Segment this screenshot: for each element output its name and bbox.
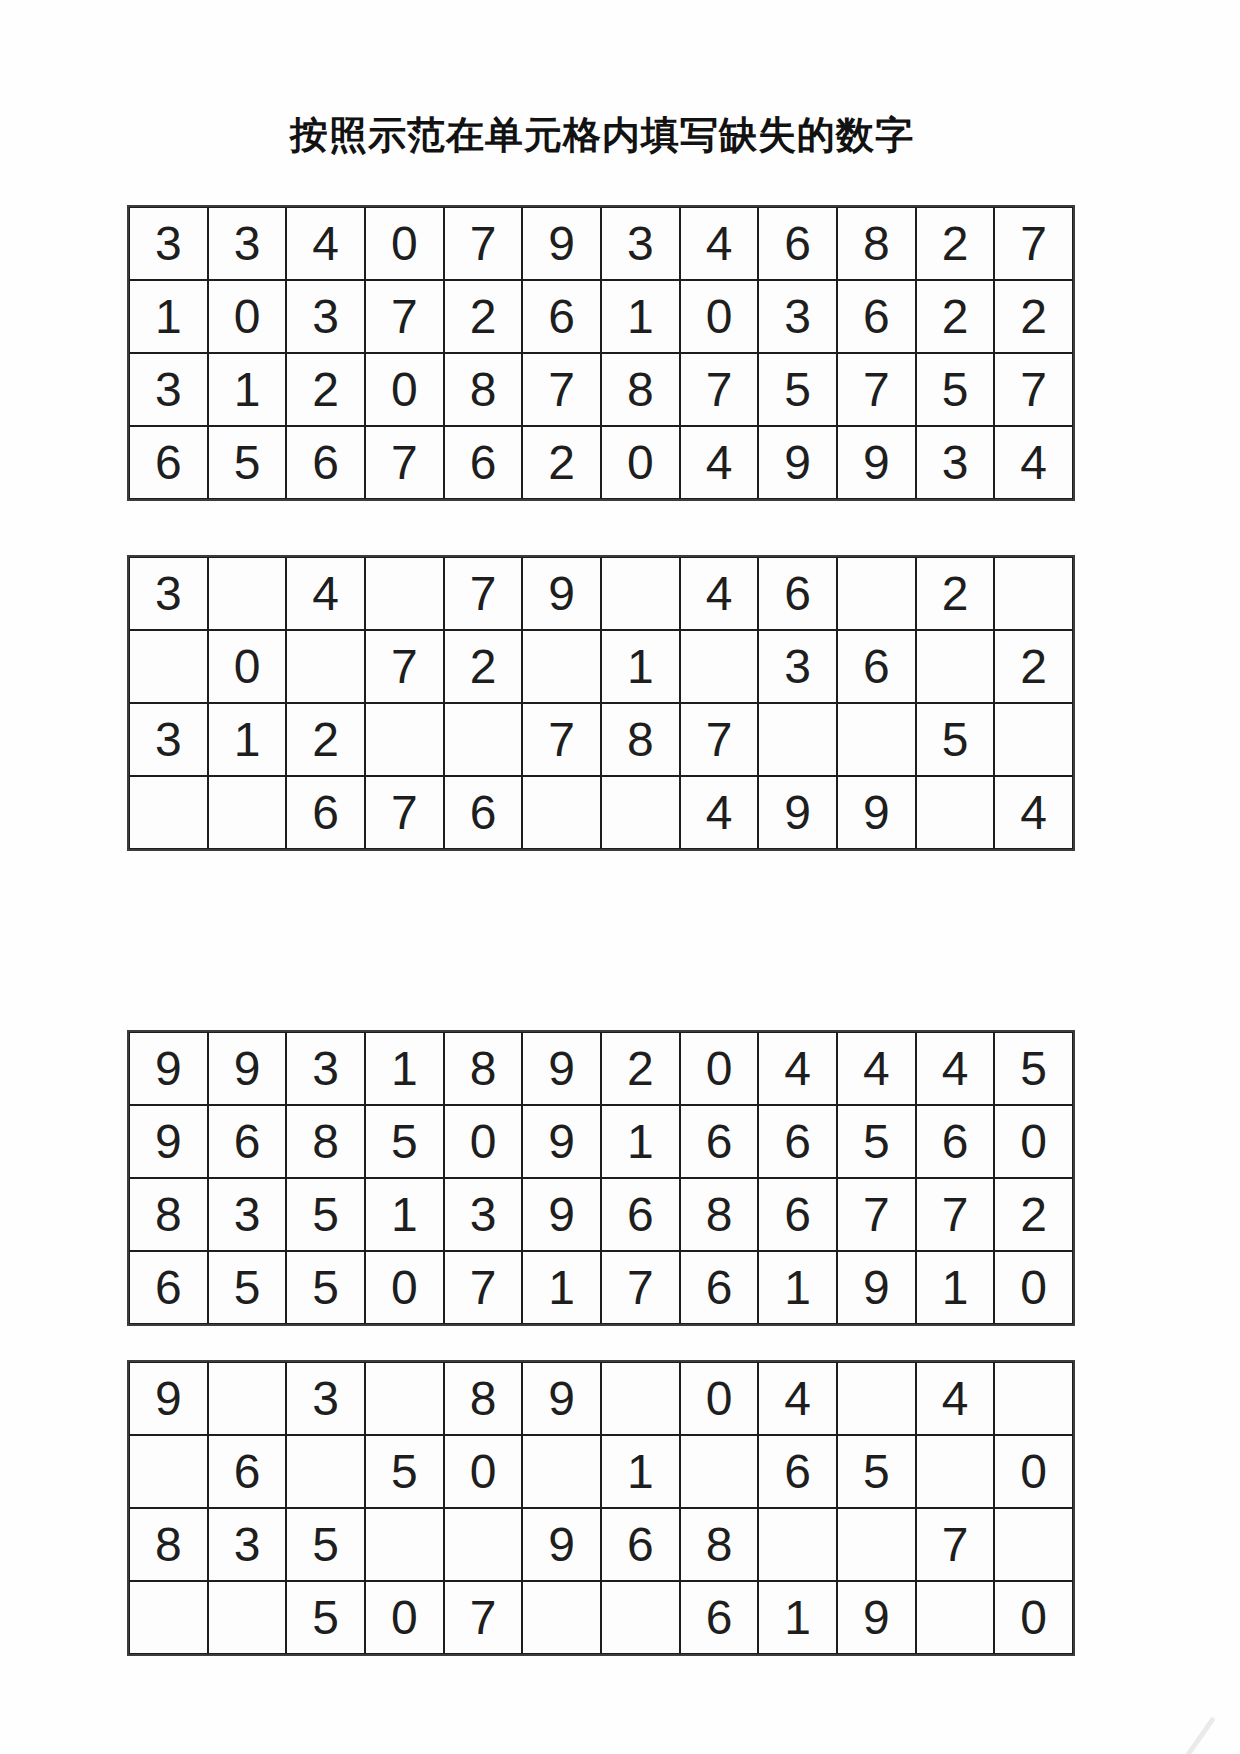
digit-cell-g2-r3c8: 7 bbox=[680, 703, 759, 776]
digit-cell-g1-r2c9: 3 bbox=[758, 280, 837, 353]
digit-cell-g3-r3c12: 2 bbox=[994, 1178, 1073, 1251]
digit-cell-g4-r4c12: 0 bbox=[994, 1581, 1073, 1654]
digit-cell-g4-r2c2: 6 bbox=[208, 1435, 287, 1508]
digit-cell-g3-r4c6: 1 bbox=[522, 1251, 601, 1324]
puzzle-grid-1: 3479462072136231278756764994 bbox=[127, 555, 1075, 851]
digit-cell-g3-r2c8: 6 bbox=[680, 1105, 759, 1178]
blank-answer-cell-g2-r1c7[interactable] bbox=[601, 557, 680, 630]
digit-cell-g1-r1c1: 3 bbox=[129, 207, 208, 280]
digit-cell-g3-r4c11: 1 bbox=[916, 1251, 995, 1324]
example-grid-2: 9931892044459685091665608351396867726550… bbox=[127, 1030, 1075, 1326]
digit-cell-g4-r4c8: 6 bbox=[680, 1581, 759, 1654]
digit-cell-g1-r3c9: 5 bbox=[758, 353, 837, 426]
digit-cell-g4-r2c7: 1 bbox=[601, 1435, 680, 1508]
digit-cell-g1-r1c9: 6 bbox=[758, 207, 837, 280]
digit-cell-g1-r4c3: 6 bbox=[286, 426, 365, 499]
digit-cell-g2-r2c5: 2 bbox=[444, 630, 523, 703]
digit-cell-g1-r4c8: 4 bbox=[680, 426, 759, 499]
digit-cell-g3-r3c5: 3 bbox=[444, 1178, 523, 1251]
blank-answer-cell-g2-r3c5[interactable] bbox=[444, 703, 523, 776]
blank-answer-cell-g2-r4c1[interactable] bbox=[129, 776, 208, 849]
digit-cell-g1-r1c12: 7 bbox=[994, 207, 1073, 280]
digit-cell-g3-r3c2: 3 bbox=[208, 1178, 287, 1251]
digit-cell-g2-r4c3: 6 bbox=[286, 776, 365, 849]
digit-cell-g1-r3c12: 7 bbox=[994, 353, 1073, 426]
digit-cell-g1-r1c7: 3 bbox=[601, 207, 680, 280]
digit-cell-g1-r3c2: 1 bbox=[208, 353, 287, 426]
digit-cell-g1-r4c9: 9 bbox=[758, 426, 837, 499]
blank-answer-cell-g2-r3c10[interactable] bbox=[837, 703, 916, 776]
digit-cell-g1-r3c5: 8 bbox=[444, 353, 523, 426]
digit-cell-g3-r3c6: 9 bbox=[522, 1178, 601, 1251]
digit-cell-g1-r1c2: 3 bbox=[208, 207, 287, 280]
worksheet-page: 按照示范在单元格内填写缺失的数字 33407934682710372610362… bbox=[0, 0, 1240, 1754]
blank-answer-cell-g4-r3c10[interactable] bbox=[837, 1508, 916, 1581]
digit-cell-g4-r4c5: 7 bbox=[444, 1581, 523, 1654]
digit-cell-g4-r3c8: 8 bbox=[680, 1508, 759, 1581]
digit-cell-g3-r3c3: 5 bbox=[286, 1178, 365, 1251]
digit-cell-g2-r2c12: 2 bbox=[994, 630, 1073, 703]
digit-cell-g1-r3c6: 7 bbox=[522, 353, 601, 426]
blank-answer-cell-g4-r4c2[interactable] bbox=[208, 1581, 287, 1654]
digit-cell-g2-r1c8: 4 bbox=[680, 557, 759, 630]
digit-cell-g2-r2c10: 6 bbox=[837, 630, 916, 703]
digit-cell-g1-r2c4: 7 bbox=[365, 280, 444, 353]
digit-cell-g1-r3c10: 7 bbox=[837, 353, 916, 426]
digit-cell-g2-r1c1: 3 bbox=[129, 557, 208, 630]
digit-cell-g1-r4c12: 4 bbox=[994, 426, 1073, 499]
digit-cell-g1-r2c3: 3 bbox=[286, 280, 365, 353]
blank-answer-cell-g4-r2c8[interactable] bbox=[680, 1435, 759, 1508]
blank-answer-cell-g4-r1c10[interactable] bbox=[837, 1362, 916, 1435]
digit-cell-g1-r3c4: 0 bbox=[365, 353, 444, 426]
digit-cell-g3-r1c12: 5 bbox=[994, 1032, 1073, 1105]
blank-answer-cell-g4-r4c11[interactable] bbox=[916, 1581, 995, 1654]
digit-cell-g1-r1c5: 7 bbox=[444, 207, 523, 280]
blank-answer-cell-g2-r1c10[interactable] bbox=[837, 557, 916, 630]
digit-cell-g2-r4c8: 4 bbox=[680, 776, 759, 849]
digit-cell-g3-r1c6: 9 bbox=[522, 1032, 601, 1105]
puzzle-grid-2: 9389044650165083596875076190 bbox=[127, 1360, 1075, 1656]
digit-cell-g3-r2c6: 9 bbox=[522, 1105, 601, 1178]
blank-answer-cell-g2-r4c2[interactable] bbox=[208, 776, 287, 849]
blank-answer-cell-g4-r3c12[interactable] bbox=[994, 1508, 1073, 1581]
blank-answer-cell-g2-r4c11[interactable] bbox=[916, 776, 995, 849]
digit-cell-g1-r1c6: 9 bbox=[522, 207, 601, 280]
digit-cell-g2-r2c2: 0 bbox=[208, 630, 287, 703]
digit-cell-g3-r1c8: 0 bbox=[680, 1032, 759, 1105]
digit-cell-g3-r4c2: 5 bbox=[208, 1251, 287, 1324]
digit-cell-g2-r1c11: 2 bbox=[916, 557, 995, 630]
digit-cell-g1-r1c10: 8 bbox=[837, 207, 916, 280]
blank-answer-cell-g4-r1c7[interactable] bbox=[601, 1362, 680, 1435]
digit-cell-g1-r2c8: 0 bbox=[680, 280, 759, 353]
digit-cell-g3-r1c2: 9 bbox=[208, 1032, 287, 1105]
digit-cell-g1-r4c2: 5 bbox=[208, 426, 287, 499]
digit-cell-g2-r4c4: 7 bbox=[365, 776, 444, 849]
digit-cell-g2-r3c7: 8 bbox=[601, 703, 680, 776]
blank-answer-cell-g2-r2c3[interactable] bbox=[286, 630, 365, 703]
blank-answer-cell-g2-r3c12[interactable] bbox=[994, 703, 1073, 776]
digit-cell-g1-r2c1: 1 bbox=[129, 280, 208, 353]
digit-cell-g4-r4c4: 0 bbox=[365, 1581, 444, 1654]
blank-answer-cell-g4-r1c4[interactable] bbox=[365, 1362, 444, 1435]
blank-answer-cell-g2-r4c6[interactable] bbox=[522, 776, 601, 849]
digit-cell-g3-r3c1: 8 bbox=[129, 1178, 208, 1251]
digit-cell-g1-r4c7: 0 bbox=[601, 426, 680, 499]
digit-cell-g3-r2c7: 1 bbox=[601, 1105, 680, 1178]
digit-cell-g3-r2c9: 6 bbox=[758, 1105, 837, 1178]
digit-cell-g4-r1c5: 8 bbox=[444, 1362, 523, 1435]
digit-cell-g1-r1c3: 4 bbox=[286, 207, 365, 280]
digit-cell-g3-r3c7: 6 bbox=[601, 1178, 680, 1251]
blank-answer-cell-g4-r2c11[interactable] bbox=[916, 1435, 995, 1508]
digit-cell-g4-r1c8: 0 bbox=[680, 1362, 759, 1435]
digit-cell-g3-r4c8: 6 bbox=[680, 1251, 759, 1324]
blank-answer-cell-g4-r4c7[interactable] bbox=[601, 1581, 680, 1654]
digit-cell-g4-r1c11: 4 bbox=[916, 1362, 995, 1435]
digit-cell-g1-r4c1: 6 bbox=[129, 426, 208, 499]
digit-cell-g3-r3c9: 6 bbox=[758, 1178, 837, 1251]
digit-cell-g2-r4c10: 9 bbox=[837, 776, 916, 849]
digit-cell-g2-r3c11: 5 bbox=[916, 703, 995, 776]
digit-cell-g3-r2c11: 6 bbox=[916, 1105, 995, 1178]
digit-cell-g3-r2c3: 8 bbox=[286, 1105, 365, 1178]
digit-cell-g1-r3c8: 7 bbox=[680, 353, 759, 426]
digit-cell-g3-r4c3: 5 bbox=[286, 1251, 365, 1324]
blank-answer-cell-g4-r1c12[interactable] bbox=[994, 1362, 1073, 1435]
digit-cell-g3-r4c5: 7 bbox=[444, 1251, 523, 1324]
digit-cell-g2-r4c5: 6 bbox=[444, 776, 523, 849]
digit-cell-g4-r4c10: 9 bbox=[837, 1581, 916, 1654]
digit-cell-g2-r1c6: 9 bbox=[522, 557, 601, 630]
digit-cell-g3-r4c9: 1 bbox=[758, 1251, 837, 1324]
digit-cell-g2-r3c6: 7 bbox=[522, 703, 601, 776]
digit-cell-g1-r1c8: 4 bbox=[680, 207, 759, 280]
digit-cell-g4-r2c10: 5 bbox=[837, 1435, 916, 1508]
digit-cell-g3-r4c12: 0 bbox=[994, 1251, 1073, 1324]
blank-answer-cell-g2-r4c7[interactable] bbox=[601, 776, 680, 849]
digit-cell-g3-r2c5: 0 bbox=[444, 1105, 523, 1178]
blank-answer-cell-g2-r2c1[interactable] bbox=[129, 630, 208, 703]
digit-cell-g4-r2c9: 6 bbox=[758, 1435, 837, 1508]
blank-answer-cell-g4-r3c4[interactable] bbox=[365, 1508, 444, 1581]
blank-answer-cell-g2-r3c4[interactable] bbox=[365, 703, 444, 776]
digit-cell-g4-r1c6: 9 bbox=[522, 1362, 601, 1435]
digit-cell-g1-r2c10: 6 bbox=[837, 280, 916, 353]
digit-cell-g3-r1c3: 3 bbox=[286, 1032, 365, 1105]
digit-cell-g4-r4c3: 5 bbox=[286, 1581, 365, 1654]
scan-artifact bbox=[1184, 1716, 1216, 1754]
digit-cell-g3-r4c4: 0 bbox=[365, 1251, 444, 1324]
digit-cell-g2-r4c9: 9 bbox=[758, 776, 837, 849]
digit-cell-g3-r1c9: 4 bbox=[758, 1032, 837, 1105]
digit-cell-g2-r1c5: 7 bbox=[444, 557, 523, 630]
digit-cell-g3-r1c11: 4 bbox=[916, 1032, 995, 1105]
digit-cell-g2-r2c7: 1 bbox=[601, 630, 680, 703]
blank-answer-cell-g2-r2c6[interactable] bbox=[522, 630, 601, 703]
digit-cell-g4-r2c12: 0 bbox=[994, 1435, 1073, 1508]
digit-cell-g4-r3c3: 5 bbox=[286, 1508, 365, 1581]
digit-cell-g3-r2c4: 5 bbox=[365, 1105, 444, 1178]
digit-cell-g4-r3c6: 9 bbox=[522, 1508, 601, 1581]
worksheet-title: 按照示范在单元格内填写缺失的数字 bbox=[0, 110, 1204, 161]
blank-answer-cell-g2-r1c4[interactable] bbox=[365, 557, 444, 630]
digit-cell-g4-r3c7: 6 bbox=[601, 1508, 680, 1581]
blank-answer-cell-g4-r2c1[interactable] bbox=[129, 1435, 208, 1508]
blank-answer-cell-g2-r2c11[interactable] bbox=[916, 630, 995, 703]
digit-cell-g3-r1c4: 1 bbox=[365, 1032, 444, 1105]
digit-cell-g1-r3c1: 3 bbox=[129, 353, 208, 426]
digit-cell-g3-r4c10: 9 bbox=[837, 1251, 916, 1324]
digit-cell-g2-r1c3: 4 bbox=[286, 557, 365, 630]
digit-cell-g4-r3c11: 7 bbox=[916, 1508, 995, 1581]
blank-answer-cell-g4-r1c2[interactable] bbox=[208, 1362, 287, 1435]
digit-cell-g3-r1c7: 2 bbox=[601, 1032, 680, 1105]
digit-cell-g1-r2c11: 2 bbox=[916, 280, 995, 353]
blank-answer-cell-g2-r3c9[interactable] bbox=[758, 703, 837, 776]
digit-cell-g1-r2c12: 2 bbox=[994, 280, 1073, 353]
digit-cell-g3-r4c7: 7 bbox=[601, 1251, 680, 1324]
digit-cell-g3-r3c8: 8 bbox=[680, 1178, 759, 1251]
digit-cell-g4-r3c1: 8 bbox=[129, 1508, 208, 1581]
digit-cell-g1-r3c3: 2 bbox=[286, 353, 365, 426]
blank-answer-cell-g4-r3c5[interactable] bbox=[444, 1508, 523, 1581]
digit-cell-g3-r3c4: 1 bbox=[365, 1178, 444, 1251]
digit-cell-g2-r2c4: 7 bbox=[365, 630, 444, 703]
digit-cell-g1-r2c2: 0 bbox=[208, 280, 287, 353]
digit-cell-g4-r1c3: 3 bbox=[286, 1362, 365, 1435]
digit-cell-g3-r2c1: 9 bbox=[129, 1105, 208, 1178]
blank-answer-cell-g4-r3c9[interactable] bbox=[758, 1508, 837, 1581]
blank-answer-cell-g2-r1c12[interactable] bbox=[994, 557, 1073, 630]
digit-cell-g4-r2c5: 0 bbox=[444, 1435, 523, 1508]
digit-cell-g3-r3c11: 7 bbox=[916, 1178, 995, 1251]
digit-cell-g3-r4c1: 6 bbox=[129, 1251, 208, 1324]
digit-cell-g4-r2c4: 5 bbox=[365, 1435, 444, 1508]
digit-cell-g3-r1c5: 8 bbox=[444, 1032, 523, 1105]
digit-cell-g1-r1c11: 2 bbox=[916, 207, 995, 280]
digit-cell-g2-r3c2: 1 bbox=[208, 703, 287, 776]
digit-cell-g1-r2c7: 1 bbox=[601, 280, 680, 353]
digit-cell-g1-r3c11: 5 bbox=[916, 353, 995, 426]
blank-answer-cell-g4-r2c3[interactable] bbox=[286, 1435, 365, 1508]
digit-cell-g1-r4c11: 3 bbox=[916, 426, 995, 499]
digit-cell-g1-r4c6: 2 bbox=[522, 426, 601, 499]
digit-cell-g1-r1c4: 0 bbox=[365, 207, 444, 280]
digit-cell-g1-r3c7: 8 bbox=[601, 353, 680, 426]
blank-answer-cell-g4-r2c6[interactable] bbox=[522, 1435, 601, 1508]
blank-answer-cell-g2-r1c2[interactable] bbox=[208, 557, 287, 630]
digit-cell-g3-r2c2: 6 bbox=[208, 1105, 287, 1178]
blank-answer-cell-g2-r2c8[interactable] bbox=[680, 630, 759, 703]
digit-cell-g3-r1c10: 4 bbox=[837, 1032, 916, 1105]
digit-cell-g4-r3c2: 3 bbox=[208, 1508, 287, 1581]
digit-cell-g2-r3c3: 2 bbox=[286, 703, 365, 776]
digit-cell-g1-r4c5: 6 bbox=[444, 426, 523, 499]
digit-cell-g2-r2c9: 3 bbox=[758, 630, 837, 703]
digit-cell-g2-r4c12: 4 bbox=[994, 776, 1073, 849]
blank-answer-cell-g4-r4c1[interactable] bbox=[129, 1581, 208, 1654]
digit-cell-g4-r4c9: 1 bbox=[758, 1581, 837, 1654]
blank-answer-cell-g4-r4c6[interactable] bbox=[522, 1581, 601, 1654]
digit-cell-g3-r2c10: 5 bbox=[837, 1105, 916, 1178]
digit-cell-g1-r2c5: 2 bbox=[444, 280, 523, 353]
digit-cell-g1-r2c6: 6 bbox=[522, 280, 601, 353]
digit-cell-g2-r1c9: 6 bbox=[758, 557, 837, 630]
example-grid-1: 3340793468271037261036223120878757576567… bbox=[127, 205, 1075, 501]
digit-cell-g2-r3c1: 3 bbox=[129, 703, 208, 776]
digit-cell-g1-r4c10: 9 bbox=[837, 426, 916, 499]
digit-cell-g4-r1c1: 9 bbox=[129, 1362, 208, 1435]
digit-cell-g3-r3c10: 7 bbox=[837, 1178, 916, 1251]
digit-cell-g4-r1c9: 4 bbox=[758, 1362, 837, 1435]
digit-cell-g1-r4c4: 7 bbox=[365, 426, 444, 499]
digit-cell-g3-r1c1: 9 bbox=[129, 1032, 208, 1105]
digit-cell-g3-r2c12: 0 bbox=[994, 1105, 1073, 1178]
